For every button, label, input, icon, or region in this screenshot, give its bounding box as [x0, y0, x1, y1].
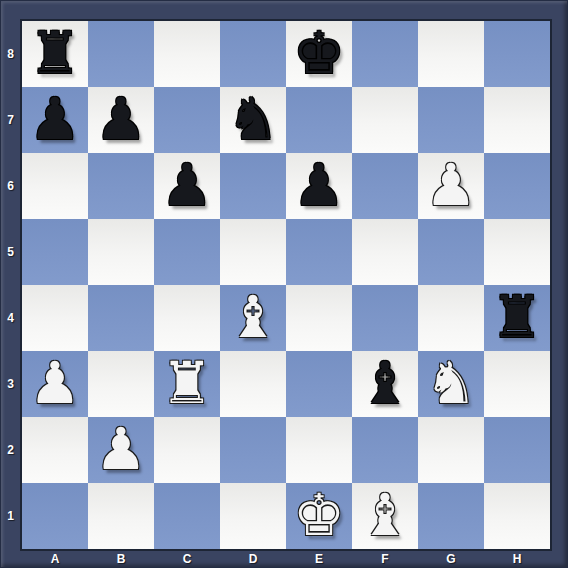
square-g2[interactable] [418, 417, 484, 483]
square-d7[interactable]: ♞ [220, 87, 286, 153]
piece-black-pawn[interactable]: ♟ [88, 87, 154, 153]
square-f3[interactable]: ♝ [352, 351, 418, 417]
square-f6[interactable] [352, 153, 418, 219]
square-h8[interactable] [484, 21, 550, 87]
piece-black-knight[interactable]: ♞ [220, 87, 286, 153]
square-e2[interactable] [286, 417, 352, 483]
piece-white-pawn[interactable]: ♟ [418, 153, 484, 219]
square-b6[interactable] [88, 153, 154, 219]
file-label-b: B [88, 550, 154, 568]
square-c6[interactable]: ♟ [154, 153, 220, 219]
square-a3[interactable]: ♟ [22, 351, 88, 417]
square-a7[interactable]: ♟ [22, 87, 88, 153]
square-c5[interactable] [154, 219, 220, 285]
square-d1[interactable] [220, 483, 286, 549]
square-h2[interactable] [484, 417, 550, 483]
piece-black-rook[interactable]: ♜ [484, 285, 550, 351]
square-b5[interactable] [88, 219, 154, 285]
piece-white-knight[interactable]: ♞ [418, 351, 484, 417]
chess-board: ♜♚♟♟♞♟♟♟♝♜♟♜♝♞♟♚♝ [20, 19, 552, 551]
rank-label-2: 2 [1, 417, 20, 483]
square-c3[interactable]: ♜ [154, 351, 220, 417]
square-c8[interactable] [154, 21, 220, 87]
square-g4[interactable] [418, 285, 484, 351]
square-h5[interactable] [484, 219, 550, 285]
rank-label-4: 4 [1, 285, 20, 351]
square-a5[interactable] [22, 219, 88, 285]
square-f2[interactable] [352, 417, 418, 483]
square-h7[interactable] [484, 87, 550, 153]
rank-label-7: 7 [1, 87, 20, 153]
square-b3[interactable] [88, 351, 154, 417]
square-f5[interactable] [352, 219, 418, 285]
square-f7[interactable] [352, 87, 418, 153]
square-b7[interactable]: ♟ [88, 87, 154, 153]
file-label-c: C [154, 550, 220, 568]
square-d4[interactable]: ♝ [220, 285, 286, 351]
rank-label-8: 8 [1, 21, 20, 87]
square-e3[interactable] [286, 351, 352, 417]
square-e7[interactable] [286, 87, 352, 153]
square-a6[interactable] [22, 153, 88, 219]
piece-white-pawn[interactable]: ♟ [88, 417, 154, 483]
piece-black-pawn[interactable]: ♟ [286, 153, 352, 219]
square-g8[interactable] [418, 21, 484, 87]
piece-black-pawn[interactable]: ♟ [154, 153, 220, 219]
square-d6[interactable] [220, 153, 286, 219]
square-h1[interactable] [484, 483, 550, 549]
rank-label-1: 1 [1, 483, 20, 549]
rank-label-5: 5 [1, 219, 20, 285]
rank-labels: 87654321 [1, 21, 20, 549]
square-b8[interactable] [88, 21, 154, 87]
file-label-f: F [352, 550, 418, 568]
rank-label-6: 6 [1, 153, 20, 219]
rank-label-3: 3 [1, 351, 20, 417]
square-g1[interactable] [418, 483, 484, 549]
square-g5[interactable] [418, 219, 484, 285]
file-label-a: A [22, 550, 88, 568]
square-f4[interactable] [352, 285, 418, 351]
piece-black-rook[interactable]: ♜ [22, 21, 88, 87]
square-b2[interactable]: ♟ [88, 417, 154, 483]
square-d8[interactable] [220, 21, 286, 87]
square-a8[interactable]: ♜ [22, 21, 88, 87]
square-e5[interactable] [286, 219, 352, 285]
square-g7[interactable] [418, 87, 484, 153]
piece-white-bishop[interactable]: ♝ [220, 285, 286, 351]
square-d5[interactable] [220, 219, 286, 285]
square-b1[interactable] [88, 483, 154, 549]
file-label-g: G [418, 550, 484, 568]
file-label-d: D [220, 550, 286, 568]
square-g3[interactable]: ♞ [418, 351, 484, 417]
square-e4[interactable] [286, 285, 352, 351]
piece-white-king[interactable]: ♚ [286, 483, 352, 549]
piece-white-bishop[interactable]: ♝ [352, 483, 418, 549]
square-h4[interactable]: ♜ [484, 285, 550, 351]
square-a2[interactable] [22, 417, 88, 483]
square-c1[interactable] [154, 483, 220, 549]
square-h3[interactable] [484, 351, 550, 417]
square-c2[interactable] [154, 417, 220, 483]
square-e6[interactable]: ♟ [286, 153, 352, 219]
square-c7[interactable] [154, 87, 220, 153]
file-label-h: H [484, 550, 550, 568]
square-a4[interactable] [22, 285, 88, 351]
file-labels: ABCDEFGH [22, 550, 550, 568]
piece-black-bishop[interactable]: ♝ [352, 351, 418, 417]
square-f8[interactable] [352, 21, 418, 87]
square-c4[interactable] [154, 285, 220, 351]
square-e8[interactable]: ♚ [286, 21, 352, 87]
piece-black-king[interactable]: ♚ [286, 21, 352, 87]
chess-board-frame: 87654321 ♜♚♟♟♞♟♟♟♝♜♟♜♝♞♟♚♝ ABCDEFGH [0, 0, 568, 568]
piece-black-pawn[interactable]: ♟ [22, 87, 88, 153]
square-f1[interactable]: ♝ [352, 483, 418, 549]
square-h6[interactable] [484, 153, 550, 219]
square-b4[interactable] [88, 285, 154, 351]
square-e1[interactable]: ♚ [286, 483, 352, 549]
square-d3[interactable] [220, 351, 286, 417]
square-d2[interactable] [220, 417, 286, 483]
piece-white-rook[interactable]: ♜ [154, 351, 220, 417]
square-a1[interactable] [22, 483, 88, 549]
square-g6[interactable]: ♟ [418, 153, 484, 219]
piece-white-pawn[interactable]: ♟ [22, 351, 88, 417]
file-label-e: E [286, 550, 352, 568]
